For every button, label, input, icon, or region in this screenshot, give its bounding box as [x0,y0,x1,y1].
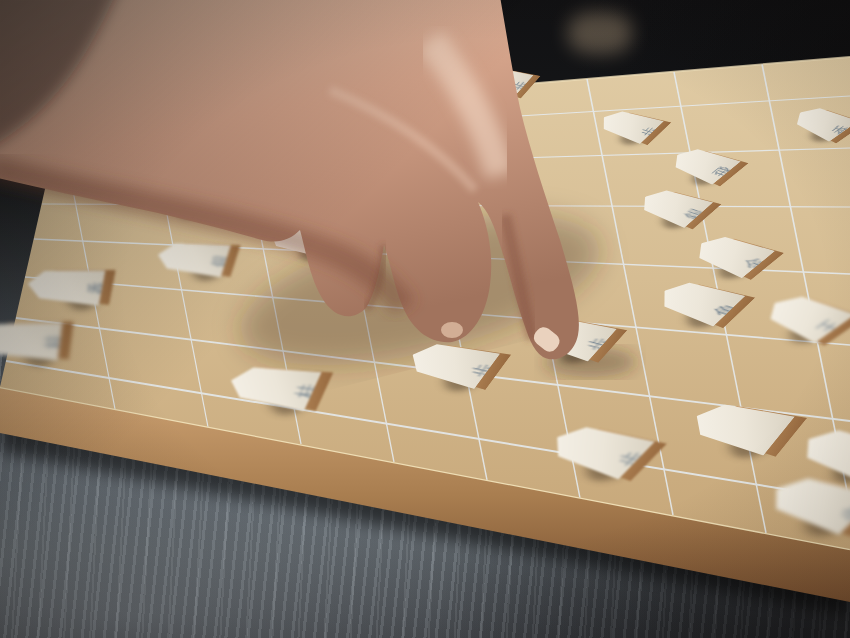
middle-fingernail [441,322,463,338]
shogi-photo-scene: 歩 歩 香 飛 銀 金 角 王 歩 銀 香 桂 [0,0,850,638]
player-hand [0,0,850,638]
